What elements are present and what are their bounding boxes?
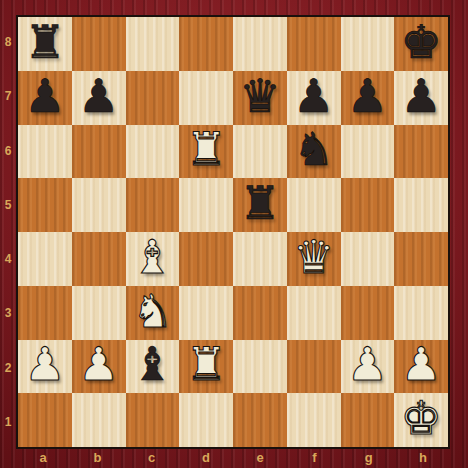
square-b8[interactable] bbox=[72, 17, 126, 71]
square-d7[interactable] bbox=[179, 71, 233, 125]
square-h3[interactable] bbox=[394, 286, 448, 340]
square-c7[interactable] bbox=[126, 71, 180, 125]
square-c3[interactable]: ♞ bbox=[126, 286, 180, 340]
piece-black-queen: ♛ bbox=[239, 73, 280, 119]
piece-black-pawn: ♟ bbox=[24, 73, 65, 119]
square-f2[interactable] bbox=[287, 340, 341, 394]
square-d1[interactable] bbox=[179, 393, 233, 447]
square-f5[interactable] bbox=[287, 178, 341, 232]
file-label: d bbox=[179, 447, 233, 468]
square-g4[interactable] bbox=[341, 232, 395, 286]
rank-label: 6 bbox=[0, 124, 16, 178]
rank-label: 5 bbox=[0, 178, 16, 232]
piece-white-queen: ♛ bbox=[293, 234, 334, 280]
rank-label: 1 bbox=[0, 395, 16, 449]
square-d2[interactable]: ♜ bbox=[179, 340, 233, 394]
square-g7[interactable]: ♟ bbox=[341, 71, 395, 125]
piece-black-pawn: ♟ bbox=[293, 73, 334, 119]
file-label: c bbox=[125, 447, 179, 468]
square-e3[interactable] bbox=[233, 286, 287, 340]
square-b2[interactable]: ♟ bbox=[72, 340, 126, 394]
square-c6[interactable] bbox=[126, 125, 180, 179]
square-d4[interactable] bbox=[179, 232, 233, 286]
piece-black-pawn: ♟ bbox=[78, 73, 119, 119]
file-label: e bbox=[233, 447, 287, 468]
square-c5[interactable] bbox=[126, 178, 180, 232]
square-a7[interactable]: ♟ bbox=[18, 71, 72, 125]
piece-black-knight: ♞ bbox=[293, 126, 334, 172]
square-f6[interactable]: ♞ bbox=[287, 125, 341, 179]
square-f4[interactable]: ♛ bbox=[287, 232, 341, 286]
square-e7[interactable]: ♛ bbox=[233, 71, 287, 125]
square-a6[interactable] bbox=[18, 125, 72, 179]
square-c1[interactable] bbox=[126, 393, 180, 447]
square-a8[interactable]: ♜ bbox=[18, 17, 72, 71]
square-e5[interactable]: ♜ bbox=[233, 178, 287, 232]
square-g5[interactable] bbox=[341, 178, 395, 232]
square-b4[interactable] bbox=[72, 232, 126, 286]
square-c4[interactable]: ♝ bbox=[126, 232, 180, 286]
square-b1[interactable] bbox=[72, 393, 126, 447]
square-b3[interactable] bbox=[72, 286, 126, 340]
square-b7[interactable]: ♟ bbox=[72, 71, 126, 125]
piece-white-pawn: ♟ bbox=[347, 341, 388, 387]
piece-white-king: ♚ bbox=[401, 395, 442, 441]
file-labels: abcdefgh bbox=[16, 447, 450, 468]
rank-label: 3 bbox=[0, 286, 16, 340]
square-c2[interactable]: ♝ bbox=[126, 340, 180, 394]
piece-white-rook: ♜ bbox=[186, 341, 227, 387]
board-frame: 87654321 abcdefgh ♜♚♟♟♛♟♟♟♜♞♜♝♛♞♟♟♝♜♟♟♚ bbox=[0, 0, 468, 468]
square-h6[interactable] bbox=[394, 125, 448, 179]
square-c8[interactable] bbox=[126, 17, 180, 71]
square-e8[interactable] bbox=[233, 17, 287, 71]
piece-black-rook: ♜ bbox=[24, 19, 65, 65]
square-h7[interactable]: ♟ bbox=[394, 71, 448, 125]
rank-label: 2 bbox=[0, 341, 16, 395]
square-h1[interactable]: ♚ bbox=[394, 393, 448, 447]
square-e1[interactable] bbox=[233, 393, 287, 447]
square-d6[interactable]: ♜ bbox=[179, 125, 233, 179]
piece-black-rook: ♜ bbox=[239, 180, 280, 226]
piece-black-pawn: ♟ bbox=[347, 73, 388, 119]
square-a4[interactable] bbox=[18, 232, 72, 286]
piece-white-pawn: ♟ bbox=[24, 341, 65, 387]
square-h5[interactable] bbox=[394, 178, 448, 232]
square-g3[interactable] bbox=[341, 286, 395, 340]
square-e2[interactable] bbox=[233, 340, 287, 394]
square-a1[interactable] bbox=[18, 393, 72, 447]
piece-black-bishop: ♝ bbox=[132, 341, 173, 387]
file-label: h bbox=[396, 447, 450, 468]
square-f8[interactable] bbox=[287, 17, 341, 71]
piece-white-rook: ♜ bbox=[186, 126, 227, 172]
square-g1[interactable] bbox=[341, 393, 395, 447]
square-f1[interactable] bbox=[287, 393, 341, 447]
piece-white-pawn: ♟ bbox=[401, 341, 442, 387]
piece-white-knight: ♞ bbox=[132, 288, 173, 334]
square-b6[interactable] bbox=[72, 125, 126, 179]
square-d8[interactable] bbox=[179, 17, 233, 71]
square-f7[interactable]: ♟ bbox=[287, 71, 341, 125]
piece-white-bishop: ♝ bbox=[132, 234, 173, 280]
square-h2[interactable]: ♟ bbox=[394, 340, 448, 394]
square-g2[interactable]: ♟ bbox=[341, 340, 395, 394]
rank-label: 8 bbox=[0, 15, 16, 69]
file-label: a bbox=[16, 447, 70, 468]
rank-label: 4 bbox=[0, 232, 16, 286]
file-label: g bbox=[342, 447, 396, 468]
piece-black-pawn: ♟ bbox=[401, 73, 442, 119]
square-g8[interactable] bbox=[341, 17, 395, 71]
square-b5[interactable] bbox=[72, 178, 126, 232]
square-h4[interactable] bbox=[394, 232, 448, 286]
square-d5[interactable] bbox=[179, 178, 233, 232]
square-a5[interactable] bbox=[18, 178, 72, 232]
square-a3[interactable] bbox=[18, 286, 72, 340]
rank-label: 7 bbox=[0, 69, 16, 123]
piece-black-king: ♚ bbox=[401, 19, 442, 65]
square-f3[interactable] bbox=[287, 286, 341, 340]
square-d3[interactable] bbox=[179, 286, 233, 340]
square-e4[interactable] bbox=[233, 232, 287, 286]
file-label: f bbox=[287, 447, 341, 468]
square-a2[interactable]: ♟ bbox=[18, 340, 72, 394]
rank-labels: 87654321 bbox=[0, 15, 16, 449]
square-g6[interactable] bbox=[341, 125, 395, 179]
piece-white-pawn: ♟ bbox=[78, 341, 119, 387]
square-e6[interactable] bbox=[233, 125, 287, 179]
square-h8[interactable]: ♚ bbox=[394, 17, 448, 71]
file-label: b bbox=[70, 447, 124, 468]
chess-board: ♜♚♟♟♛♟♟♟♜♞♜♝♛♞♟♟♝♜♟♟♚ bbox=[16, 15, 450, 449]
